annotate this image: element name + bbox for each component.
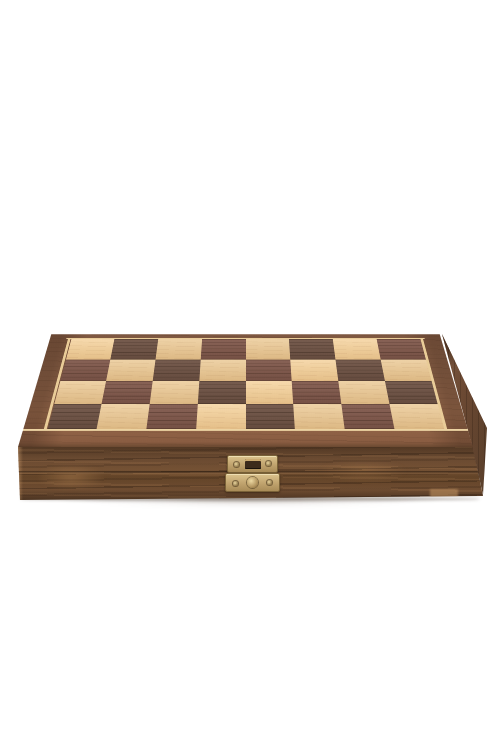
board-square — [246, 339, 291, 359]
board-frame — [18, 334, 473, 447]
screw-icon — [234, 462, 239, 467]
board-square — [60, 359, 111, 381]
wood-grain-patch — [36, 464, 106, 490]
board-square — [66, 339, 115, 359]
board-square — [389, 404, 443, 429]
board-square — [290, 359, 338, 381]
board-square — [376, 339, 425, 359]
box-front-face — [18, 446, 484, 502]
board-square — [102, 381, 153, 404]
screw-icon — [267, 480, 272, 485]
board-square — [153, 359, 201, 381]
board-square — [54, 381, 106, 404]
board-square — [289, 339, 335, 359]
board-square — [106, 359, 155, 381]
latch-catch-slot — [245, 459, 261, 469]
screw-icon — [233, 481, 238, 486]
board-square — [293, 404, 344, 429]
board-square — [156, 339, 202, 359]
board-square — [333, 339, 381, 359]
board-square — [246, 381, 294, 404]
screw-icon — [266, 461, 271, 466]
board-square — [47, 404, 101, 429]
board-square — [150, 381, 199, 404]
latch-swivel-knob — [247, 477, 258, 488]
box-lid-top — [18, 334, 473, 447]
board-square — [385, 381, 437, 404]
product-photo — [0, 0, 500, 750]
brass-latch-upper-plate — [227, 455, 278, 473]
board-square — [201, 339, 246, 359]
board-square — [380, 359, 431, 381]
board-square — [341, 404, 394, 429]
inlay-border-front — [23, 429, 468, 431]
board-square — [199, 359, 245, 381]
board-square — [198, 381, 246, 404]
board-square — [146, 404, 197, 429]
checkerboard — [47, 339, 443, 429]
brass-latch-lower-plate — [225, 473, 280, 492]
board-square — [246, 404, 296, 429]
board-square — [335, 359, 384, 381]
board-square — [196, 404, 246, 429]
board-square — [292, 381, 341, 404]
board-square — [111, 339, 159, 359]
board-square — [97, 404, 150, 429]
board-square — [338, 381, 389, 404]
board-square — [246, 359, 292, 381]
